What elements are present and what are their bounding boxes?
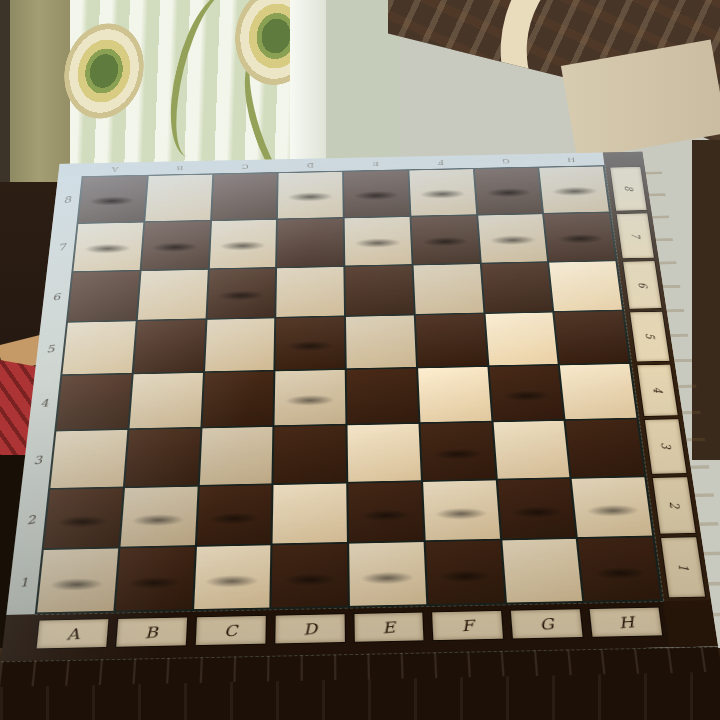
file-label-far-d: D — [278, 161, 343, 169]
file-label-near-h: H — [616, 613, 635, 632]
file-plaque-near-h: H — [589, 607, 664, 638]
rank-label-right-6: 6 — [635, 282, 649, 287]
square-f6 — [413, 264, 483, 314]
file-plaque-near-a: A — [35, 618, 109, 649]
square-g8 — [474, 168, 542, 214]
rank-label-left-8: 8 — [53, 175, 81, 224]
file-label-far-b: B — [147, 164, 213, 172]
square-d6 — [276, 267, 344, 317]
chessboard: ABCDEFGH 87654321 87654321 ABCDEFGH ♜♛♚♝… — [0, 151, 720, 686]
black-knight-b1: ♞ — [112, 494, 195, 586]
black-bishop-f1: ♝ — [422, 485, 507, 580]
rank-label-right-8: 8 — [622, 186, 635, 191]
file-label-far-c: C — [212, 162, 277, 170]
square-f7 — [411, 215, 479, 263]
rank-plaque-right-7: 7 — [616, 212, 655, 259]
square-h7 — [544, 213, 615, 261]
black-pawn-d4: ♟ — [282, 342, 337, 403]
square-c6 — [207, 268, 275, 319]
square-d8 — [278, 172, 343, 218]
square-g7 — [478, 214, 548, 262]
rank-plaque-right-1: 1 — [660, 537, 706, 599]
square-e7 — [345, 217, 412, 265]
file-label-near-e: E — [381, 618, 396, 637]
rank-plaque-right-3: 3 — [644, 418, 688, 474]
rank-label-left-7: 7 — [48, 222, 76, 273]
rank-label-right-1: 1 — [675, 564, 691, 571]
square-c8 — [212, 173, 277, 219]
square-b5 — [133, 320, 205, 373]
file-label-far-a: A — [82, 165, 148, 173]
file-label-far-g: G — [473, 157, 539, 165]
file-plaque-near-d: D — [274, 613, 346, 644]
rank-label-right-3: 3 — [658, 443, 673, 449]
square-h5 — [555, 311, 629, 364]
square-d7 — [277, 218, 343, 266]
square-b7 — [141, 221, 209, 269]
frame-corner — [663, 600, 718, 647]
frame-corner — [603, 152, 645, 165]
black-knight-f3: ♞ — [417, 370, 496, 458]
rank-label-left-6: 6 — [42, 270, 71, 323]
board-scene: ABCDEFGH 87654321 87654321 ABCDEFGH ♜♛♚♝… — [32, 54, 696, 720]
square-e5 — [346, 316, 416, 369]
file-label-near-g: G — [538, 615, 555, 634]
square-c7 — [209, 220, 276, 268]
square-h8 — [539, 166, 608, 212]
file-label-near-a: A — [66, 624, 79, 643]
rank-label-right-7: 7 — [628, 233, 642, 238]
rank-plaque-right-6: 6 — [622, 261, 662, 310]
rank-label-right-2: 2 — [666, 502, 681, 509]
rank-label-right-5: 5 — [642, 333, 656, 339]
file-plaque-near-f: F — [431, 610, 504, 641]
black-bishop-c1: ♝ — [188, 490, 273, 585]
file-label-near-c: C — [223, 621, 237, 640]
rank-label-right-4: 4 — [650, 387, 665, 393]
black-pawn-g2: ♟ — [508, 451, 566, 515]
file-label-near-d: D — [302, 619, 317, 638]
square-e6 — [345, 265, 413, 315]
square-f5 — [416, 314, 487, 367]
square-c5 — [205, 319, 275, 372]
square-a6 — [68, 271, 139, 322]
file-label-far-e: E — [343, 160, 408, 168]
black-rook-h1: ♜ — [579, 487, 660, 577]
square-b6 — [138, 269, 208, 320]
rank-plaque-right-4: 4 — [636, 363, 679, 416]
rank-plaque-right-8: 8 — [609, 166, 647, 211]
black-rook-a1: ♜ — [35, 498, 116, 588]
square-f8 — [409, 169, 476, 215]
square-e8 — [344, 171, 409, 217]
file-plaque-near-c: C — [194, 615, 266, 646]
square-b8 — [145, 175, 212, 221]
file-plaque-near-e: E — [353, 612, 425, 643]
file-label-far-f: F — [408, 158, 474, 166]
file-label-far-h: H — [538, 155, 604, 163]
white-bishop-g4: ♝ — [486, 311, 565, 399]
file-plaque-near-b: B — [115, 617, 188, 648]
file-label-near-f: F — [460, 616, 475, 634]
black-king-e1: ♚ — [339, 476, 434, 582]
square-a5 — [62, 321, 135, 374]
rank-label-left-5: 5 — [36, 321, 65, 377]
photo-root: chess ABCDEFGH 87654321 87654321 ABCDEFG… — [0, 0, 720, 720]
square-a8 — [79, 176, 147, 222]
square-a7 — [73, 222, 143, 270]
file-label-near-b: B — [145, 623, 158, 642]
file-plaque-near-g: G — [510, 608, 584, 639]
rank-plaque-right-5: 5 — [629, 311, 671, 362]
